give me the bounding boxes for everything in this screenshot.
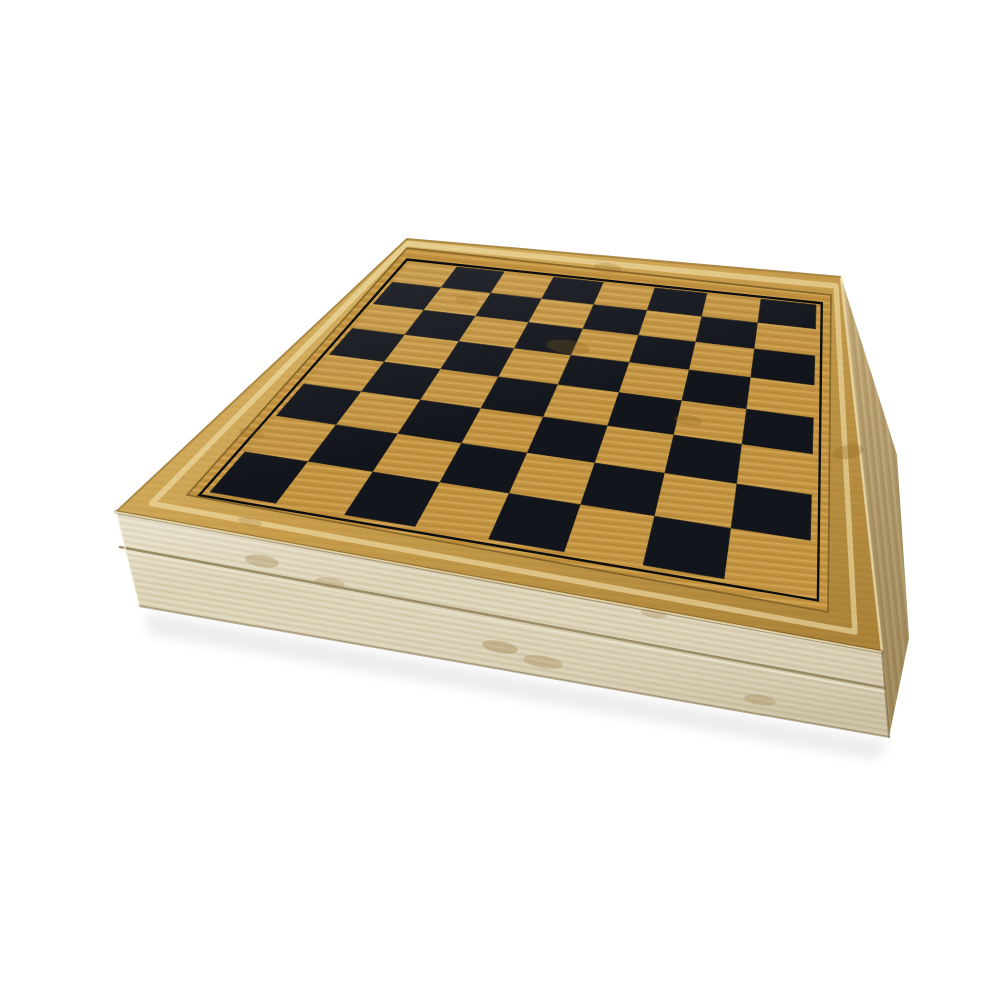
product-photo (0, 0, 1000, 1000)
chess-box-scene (0, 0, 1000, 1000)
